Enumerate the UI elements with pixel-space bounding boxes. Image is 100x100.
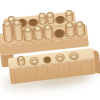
- cylinder-hole: [53, 29, 66, 39]
- knobbed-cylinder: [74, 22, 85, 36]
- knobbed-cylinder: [17, 56, 26, 66]
- cylinder-knob: [76, 20, 84, 27]
- cylinder-knob: [65, 10, 73, 17]
- inset-cylinder: [55, 53, 66, 62]
- cylinder-knob: [66, 21, 74, 28]
- cylinder-knob: [3, 20, 11, 27]
- cylinder-knob: [46, 12, 54, 19]
- cylinder-knob: [57, 55, 64, 61]
- cylinder-hole: [43, 56, 52, 64]
- cylinder-hole: [54, 15, 66, 24]
- cylinder-knob: [34, 25, 42, 32]
- cylinder-knob: [71, 53, 78, 59]
- cylinder-knob: [13, 19, 21, 26]
- cylinder-knob: [31, 58, 38, 64]
- inset-cylinder: [68, 51, 79, 60]
- cylinder-knob: [24, 26, 32, 33]
- knobbed-cylinder: [43, 25, 54, 39]
- cylinder-knob: [38, 12, 46, 19]
- photo-stage: [0, 0, 100, 100]
- cylinder-knob: [17, 55, 24, 61]
- inset-cylinder: [29, 56, 40, 65]
- cylinder-knob: [44, 24, 52, 31]
